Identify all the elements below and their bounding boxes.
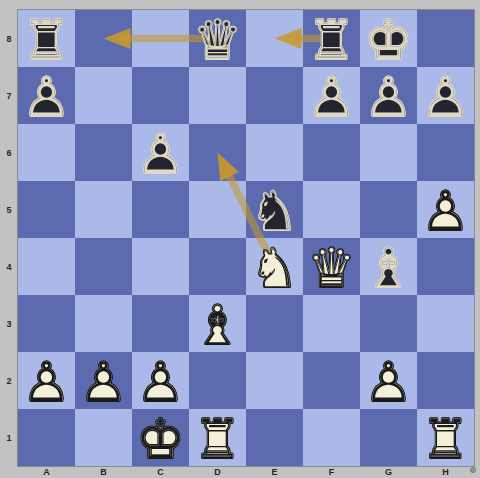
square-f6[interactable] (303, 124, 360, 181)
square-a1[interactable] (18, 409, 75, 466)
piece-black-pawn-g7[interactable]: ♟♙ (360, 67, 417, 124)
piece-black-rook-f8[interactable]: ♜♖ (303, 10, 360, 67)
rank-label-7: 7 (0, 67, 18, 124)
file-label-e: E (246, 466, 303, 478)
file-label-b: B (75, 466, 132, 478)
black-king-outline: ♔ (360, 12, 417, 69)
piece-white-pawn-h5[interactable]: ♟♙ (417, 181, 474, 238)
piece-white-pawn-g2[interactable]: ♟♙ (360, 352, 417, 409)
piece-white-king-c1[interactable]: ♚♔ (132, 409, 189, 466)
black-pawn-outline: ♙ (132, 126, 189, 183)
black-pawn-outline: ♙ (303, 69, 360, 126)
file-label-f: F (303, 466, 360, 478)
square-e8[interactable] (246, 10, 303, 67)
square-a4[interactable] (18, 238, 75, 295)
resize-grip-dot[interactable] (470, 467, 476, 473)
white-pawn-outline: ♙ (360, 354, 417, 411)
square-c5[interactable] (132, 181, 189, 238)
square-b3[interactable] (75, 295, 132, 352)
piece-black-pawn-c6[interactable]: ♟♙ (132, 124, 189, 181)
square-d4[interactable] (189, 238, 246, 295)
rank-label-4: 4 (0, 238, 18, 295)
square-c7[interactable] (132, 67, 189, 124)
rank-coordinates: 87654321 (0, 10, 18, 466)
square-b4[interactable] (75, 238, 132, 295)
square-f3[interactable] (303, 295, 360, 352)
square-c8[interactable] (132, 10, 189, 67)
square-d2[interactable] (189, 352, 246, 409)
file-label-a: A (18, 466, 75, 478)
square-f5[interactable] (303, 181, 360, 238)
square-b1[interactable] (75, 409, 132, 466)
square-e1[interactable] (246, 409, 303, 466)
square-d7[interactable] (189, 67, 246, 124)
piece-black-queen-d8[interactable]: ♛♕ (189, 10, 246, 67)
piece-black-pawn-f7[interactable]: ♟♙ (303, 67, 360, 124)
piece-black-rook-a8[interactable]: ♜♖ (18, 10, 75, 67)
rank-label-5: 5 (0, 181, 18, 238)
white-pawn-outline: ♙ (417, 183, 474, 240)
rank-label-3: 3 (0, 295, 18, 352)
black-queen-outline: ♕ (189, 12, 246, 69)
square-e2[interactable] (246, 352, 303, 409)
square-c4[interactable] (132, 238, 189, 295)
piece-white-knight-e4[interactable]: ♞♘ (246, 238, 303, 295)
black-pawn-outline: ♙ (417, 69, 474, 126)
square-g6[interactable] (360, 124, 417, 181)
square-c3[interactable] (132, 295, 189, 352)
piece-white-pawn-c2[interactable]: ♟♙ (132, 352, 189, 409)
file-label-h: H (417, 466, 474, 478)
piece-white-pawn-b2[interactable]: ♟♙ (75, 352, 132, 409)
white-pawn-outline: ♙ (132, 354, 189, 411)
piece-black-pawn-h7[interactable]: ♟♙ (417, 67, 474, 124)
black-knight-outline: ♘ (246, 183, 303, 240)
piece-white-rook-h1[interactable]: ♜♖ (417, 409, 474, 466)
square-b8[interactable] (75, 10, 132, 67)
chess-gui-window: ♜♖♛♕♜♖♚♔♟♙♟♙♟♙♟♙♟♙♞♘♟♙♞♘♛♕♝♗♝♗♟♙♟♙♟♙♟♙♚♔… (0, 0, 480, 478)
piece-white-rook-d1[interactable]: ♜♖ (189, 409, 246, 466)
square-b5[interactable] (75, 181, 132, 238)
square-h3[interactable] (417, 295, 474, 352)
black-pawn-outline: ♙ (360, 69, 417, 126)
black-rook-outline: ♖ (18, 12, 75, 69)
square-f1[interactable] (303, 409, 360, 466)
piece-black-knight-e5[interactable]: ♞♘ (246, 181, 303, 238)
square-a6[interactable] (18, 124, 75, 181)
file-label-g: G (360, 466, 417, 478)
square-e6[interactable] (246, 124, 303, 181)
white-pawn-outline: ♙ (18, 354, 75, 411)
piece-white-queen-f4[interactable]: ♛♕ (303, 238, 360, 295)
file-coordinates: ABCDEFGH (18, 466, 474, 478)
square-h2[interactable] (417, 352, 474, 409)
rank-label-8: 8 (0, 10, 18, 67)
white-knight-outline: ♘ (246, 240, 303, 297)
white-pawn-outline: ♙ (75, 354, 132, 411)
file-label-c: C (132, 466, 189, 478)
piece-black-king-g8[interactable]: ♚♔ (360, 10, 417, 67)
square-h8[interactable] (417, 10, 474, 67)
square-h4[interactable] (417, 238, 474, 295)
square-b7[interactable] (75, 67, 132, 124)
square-a5[interactable] (18, 181, 75, 238)
white-king-outline: ♔ (132, 411, 189, 468)
rank-label-2: 2 (0, 352, 18, 409)
rank-label-6: 6 (0, 124, 18, 181)
piece-black-bishop-g4[interactable]: ♝♗ (360, 238, 417, 295)
white-rook-outline: ♖ (189, 411, 246, 468)
square-g5[interactable] (360, 181, 417, 238)
rank-label-1: 1 (0, 409, 18, 466)
piece-black-pawn-a7[interactable]: ♟♙ (18, 67, 75, 124)
square-d6[interactable] (189, 124, 246, 181)
black-pawn-outline: ♙ (18, 69, 75, 126)
square-b6[interactable] (75, 124, 132, 181)
black-bishop-outline: ♗ (360, 240, 417, 297)
square-f2[interactable] (303, 352, 360, 409)
white-rook-outline: ♖ (417, 411, 474, 468)
piece-white-pawn-a2[interactable]: ♟♙ (18, 352, 75, 409)
square-d5[interactable] (189, 181, 246, 238)
square-a3[interactable] (18, 295, 75, 352)
square-e3[interactable] (246, 295, 303, 352)
white-queen-outline: ♕ (303, 240, 360, 297)
square-g3[interactable] (360, 295, 417, 352)
square-h6[interactable] (417, 124, 474, 181)
piece-white-bishop-d3[interactable]: ♝♗ (189, 295, 246, 352)
square-g1[interactable] (360, 409, 417, 466)
black-rook-outline: ♖ (303, 12, 360, 69)
white-bishop-outline: ♗ (189, 297, 246, 354)
file-label-d: D (189, 466, 246, 478)
square-e7[interactable] (246, 67, 303, 124)
